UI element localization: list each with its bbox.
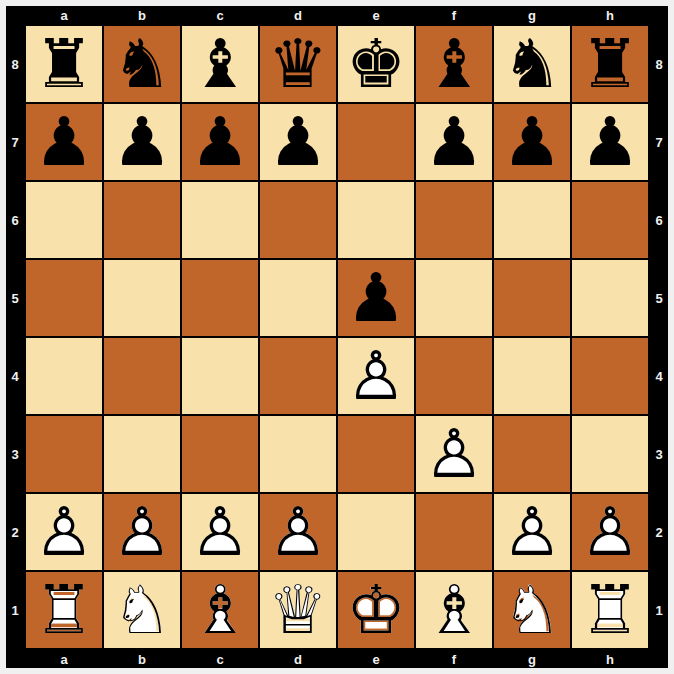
piece-glyph: ♟︎ bbox=[502, 109, 562, 176]
square-f7[interactable]: ♟︎ bbox=[416, 104, 492, 180]
square-e4[interactable]: ♟︎♙ bbox=[338, 338, 414, 414]
white-rook[interactable]: ♜♖ bbox=[580, 577, 640, 644]
black-pawn[interactable]: ♟︎ bbox=[268, 109, 328, 176]
piece-glyph-outline: ♙ bbox=[34, 499, 94, 566]
square-b4[interactable] bbox=[104, 338, 180, 414]
square-h6[interactable] bbox=[572, 182, 648, 258]
file-label-e: e bbox=[372, 653, 379, 666]
piece-glyph-outline: ♘ bbox=[112, 577, 172, 644]
square-g6[interactable] bbox=[494, 182, 570, 258]
rank-label-1: 1 bbox=[11, 604, 18, 617]
black-pawn[interactable]: ♟︎ bbox=[580, 109, 640, 176]
square-h5[interactable] bbox=[572, 260, 648, 336]
rank-label-2: 2 bbox=[655, 526, 662, 539]
square-h1[interactable]: ♜♖ bbox=[572, 572, 648, 648]
rank-label-2: 2 bbox=[11, 526, 18, 539]
file-label-a: a bbox=[60, 9, 67, 22]
rank-label-7: 7 bbox=[655, 136, 662, 149]
rank-label-4: 4 bbox=[655, 370, 662, 383]
black-bishop[interactable]: ♝ bbox=[190, 31, 250, 98]
square-c2[interactable]: ♟︎♙ bbox=[182, 494, 258, 570]
file-label-c: c bbox=[216, 653, 223, 666]
square-f5[interactable] bbox=[416, 260, 492, 336]
square-e5[interactable]: ♟︎ bbox=[338, 260, 414, 336]
piece-glyph: ♝ bbox=[190, 31, 250, 98]
file-labels-top: abcdefgh bbox=[24, 6, 650, 24]
square-h8[interactable]: ♜ bbox=[572, 26, 648, 102]
rank-label-1: 1 bbox=[655, 604, 662, 617]
square-b8[interactable]: ♞ bbox=[104, 26, 180, 102]
piece-glyph-outline: ♙ bbox=[580, 499, 640, 566]
piece-glyph: ♟︎ bbox=[34, 109, 94, 176]
square-e8[interactable]: ♚ bbox=[338, 26, 414, 102]
piece-glyph: ♟︎ bbox=[190, 109, 250, 176]
black-king[interactable]: ♚ bbox=[346, 31, 406, 98]
rank-label-3: 3 bbox=[11, 448, 18, 461]
square-d6[interactable] bbox=[260, 182, 336, 258]
square-c5[interactable] bbox=[182, 260, 258, 336]
piece-glyph-outline: ♕ bbox=[268, 577, 328, 644]
black-bishop[interactable]: ♝ bbox=[424, 31, 484, 98]
black-pawn[interactable]: ♟︎ bbox=[346, 265, 406, 332]
piece-glyph-outline: ♙ bbox=[190, 499, 250, 566]
piece-glyph-outline: ♖ bbox=[34, 577, 94, 644]
chessboard[interactable]: ♜♞♝♛♚♝♞♜♟︎♟︎♟︎♟︎♟︎♟︎♟︎♟︎♟︎♙♟︎♙♟︎♙♟︎♙♟︎♙♟… bbox=[24, 24, 650, 650]
black-pawn[interactable]: ♟︎ bbox=[34, 109, 94, 176]
white-pawn[interactable]: ♟︎♙ bbox=[502, 499, 562, 566]
piece-glyph: ♝ bbox=[424, 31, 484, 98]
piece-glyph-outline: ♔ bbox=[346, 577, 406, 644]
white-bishop[interactable]: ♝♗ bbox=[424, 577, 484, 644]
square-d8[interactable]: ♛ bbox=[260, 26, 336, 102]
piece-glyph-outline: ♙ bbox=[112, 499, 172, 566]
square-d1[interactable]: ♛♕ bbox=[260, 572, 336, 648]
rank-labels-right: 87654321 bbox=[650, 24, 668, 650]
square-g3[interactable] bbox=[494, 416, 570, 492]
file-label-g: g bbox=[528, 9, 536, 22]
rank-labels-left: 87654321 bbox=[6, 24, 24, 650]
rank-label-3: 3 bbox=[655, 448, 662, 461]
black-knight[interactable]: ♞ bbox=[112, 31, 172, 98]
piece-glyph: ♟︎ bbox=[112, 109, 172, 176]
square-g5[interactable] bbox=[494, 260, 570, 336]
piece-glyph: ♚ bbox=[346, 31, 406, 98]
piece-glyph: ♛ bbox=[268, 31, 328, 98]
chessboard-frame: abcdefgh 87654321 ♜♞♝♛♚♝♞♜♟︎♟︎♟︎♟︎♟︎♟︎♟︎… bbox=[6, 6, 668, 668]
piece-glyph: ♟︎ bbox=[268, 109, 328, 176]
square-h3[interactable] bbox=[572, 416, 648, 492]
square-d4[interactable] bbox=[260, 338, 336, 414]
square-d3[interactable] bbox=[260, 416, 336, 492]
rank-label-5: 5 bbox=[655, 292, 662, 305]
piece-glyph: ♞ bbox=[112, 31, 172, 98]
file-labels-bottom: abcdefgh bbox=[24, 650, 650, 668]
square-b1[interactable]: ♞♘ bbox=[104, 572, 180, 648]
square-g4[interactable] bbox=[494, 338, 570, 414]
white-pawn[interactable]: ♟︎♙ bbox=[112, 499, 172, 566]
white-bishop[interactable]: ♝♗ bbox=[190, 577, 250, 644]
square-e1[interactable]: ♚♔ bbox=[338, 572, 414, 648]
square-a5[interactable] bbox=[26, 260, 102, 336]
piece-glyph-outline: ♙ bbox=[268, 499, 328, 566]
white-queen[interactable]: ♛♕ bbox=[268, 577, 328, 644]
file-label-h: h bbox=[606, 653, 614, 666]
rank-label-4: 4 bbox=[11, 370, 18, 383]
black-rook[interactable]: ♜ bbox=[34, 31, 94, 98]
rank-label-5: 5 bbox=[11, 292, 18, 305]
black-pawn[interactable]: ♟︎ bbox=[190, 109, 250, 176]
square-g1[interactable]: ♞♘ bbox=[494, 572, 570, 648]
white-rook[interactable]: ♜♖ bbox=[34, 577, 94, 644]
square-b2[interactable]: ♟︎♙ bbox=[104, 494, 180, 570]
square-a2[interactable]: ♟︎♙ bbox=[26, 494, 102, 570]
square-d2[interactable]: ♟︎♙ bbox=[260, 494, 336, 570]
square-f3[interactable]: ♟︎♙ bbox=[416, 416, 492, 492]
file-label-a: a bbox=[60, 653, 67, 666]
file-label-d: d bbox=[294, 9, 302, 22]
square-a6[interactable] bbox=[26, 182, 102, 258]
square-c3[interactable] bbox=[182, 416, 258, 492]
white-pawn[interactable]: ♟︎♙ bbox=[346, 343, 406, 410]
square-e7[interactable] bbox=[338, 104, 414, 180]
piece-glyph-outline: ♖ bbox=[580, 577, 640, 644]
square-f6[interactable] bbox=[416, 182, 492, 258]
piece-glyph-outline: ♙ bbox=[424, 421, 484, 488]
square-a1[interactable]: ♜♖ bbox=[26, 572, 102, 648]
square-c7[interactable]: ♟︎ bbox=[182, 104, 258, 180]
square-a7[interactable]: ♟︎ bbox=[26, 104, 102, 180]
rank-label-6: 6 bbox=[11, 214, 18, 227]
black-queen[interactable]: ♛ bbox=[268, 31, 328, 98]
square-a4[interactable] bbox=[26, 338, 102, 414]
square-e6[interactable] bbox=[338, 182, 414, 258]
white-pawn[interactable]: ♟︎♙ bbox=[268, 499, 328, 566]
square-a8[interactable]: ♜ bbox=[26, 26, 102, 102]
square-e3[interactable] bbox=[338, 416, 414, 492]
file-label-f: f bbox=[452, 9, 456, 22]
square-b3[interactable] bbox=[104, 416, 180, 492]
file-label-b: b bbox=[138, 653, 146, 666]
square-a3[interactable] bbox=[26, 416, 102, 492]
square-c8[interactable]: ♝ bbox=[182, 26, 258, 102]
white-knight[interactable]: ♞♘ bbox=[502, 577, 562, 644]
rank-label-8: 8 bbox=[11, 58, 18, 71]
square-f1[interactable]: ♝♗ bbox=[416, 572, 492, 648]
square-b6[interactable] bbox=[104, 182, 180, 258]
piece-glyph: ♟︎ bbox=[346, 265, 406, 332]
piece-glyph: ♟︎ bbox=[580, 109, 640, 176]
black-rook[interactable]: ♜ bbox=[580, 31, 640, 98]
piece-glyph: ♞ bbox=[502, 31, 562, 98]
black-pawn[interactable]: ♟︎ bbox=[112, 109, 172, 176]
file-label-h: h bbox=[606, 9, 614, 22]
square-c4[interactable] bbox=[182, 338, 258, 414]
white-pawn[interactable]: ♟︎♙ bbox=[580, 499, 640, 566]
file-label-f: f bbox=[452, 653, 456, 666]
square-d7[interactable]: ♟︎ bbox=[260, 104, 336, 180]
white-pawn[interactable]: ♟︎♙ bbox=[190, 499, 250, 566]
rank-label-8: 8 bbox=[655, 58, 662, 71]
square-g8[interactable]: ♞ bbox=[494, 26, 570, 102]
file-label-b: b bbox=[138, 9, 146, 22]
file-label-d: d bbox=[294, 653, 302, 666]
square-h4[interactable] bbox=[572, 338, 648, 414]
square-h7[interactable]: ♟︎ bbox=[572, 104, 648, 180]
square-f2[interactable] bbox=[416, 494, 492, 570]
square-f4[interactable] bbox=[416, 338, 492, 414]
rank-label-6: 6 bbox=[655, 214, 662, 227]
piece-glyph-outline: ♗ bbox=[424, 577, 484, 644]
file-label-c: c bbox=[216, 9, 223, 22]
file-label-e: e bbox=[372, 9, 379, 22]
square-f8[interactable]: ♝ bbox=[416, 26, 492, 102]
white-king[interactable]: ♚♔ bbox=[346, 577, 406, 644]
rank-label-7: 7 bbox=[11, 136, 18, 149]
white-knight[interactable]: ♞♘ bbox=[112, 577, 172, 644]
white-pawn[interactable]: ♟︎♙ bbox=[424, 421, 484, 488]
square-c1[interactable]: ♝♗ bbox=[182, 572, 258, 648]
black-knight[interactable]: ♞ bbox=[502, 31, 562, 98]
piece-glyph: ♜ bbox=[580, 31, 640, 98]
piece-glyph-outline: ♘ bbox=[502, 577, 562, 644]
piece-glyph-outline: ♗ bbox=[190, 577, 250, 644]
square-h2[interactable]: ♟︎♙ bbox=[572, 494, 648, 570]
piece-glyph: ♜ bbox=[34, 31, 94, 98]
piece-glyph: ♟︎ bbox=[424, 109, 484, 176]
square-e2[interactable] bbox=[338, 494, 414, 570]
square-b5[interactable] bbox=[104, 260, 180, 336]
white-pawn[interactable]: ♟︎♙ bbox=[34, 499, 94, 566]
square-c6[interactable] bbox=[182, 182, 258, 258]
piece-glyph-outline: ♙ bbox=[502, 499, 562, 566]
black-pawn[interactable]: ♟︎ bbox=[502, 109, 562, 176]
file-label-g: g bbox=[528, 653, 536, 666]
square-d5[interactable] bbox=[260, 260, 336, 336]
square-b7[interactable]: ♟︎ bbox=[104, 104, 180, 180]
square-g2[interactable]: ♟︎♙ bbox=[494, 494, 570, 570]
square-g7[interactable]: ♟︎ bbox=[494, 104, 570, 180]
piece-glyph-outline: ♙ bbox=[346, 343, 406, 410]
black-pawn[interactable]: ♟︎ bbox=[424, 109, 484, 176]
